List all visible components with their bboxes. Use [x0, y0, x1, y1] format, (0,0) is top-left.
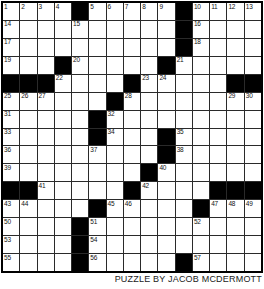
white-cell[interactable] — [141, 57, 157, 74]
white-cell[interactable] — [20, 57, 36, 74]
white-cell[interactable]: 9 — [158, 3, 174, 20]
black-cell — [176, 39, 192, 56]
clue-number: 18 — [194, 39, 201, 46]
clue-number: 6 — [108, 4, 111, 11]
white-cell[interactable] — [72, 146, 88, 163]
white-cell[interactable]: 29 — [227, 93, 243, 110]
white-cell[interactable]: 36 — [3, 146, 19, 163]
white-cell[interactable]: 49 — [245, 200, 261, 217]
white-cell[interactable] — [158, 21, 174, 38]
white-cell[interactable] — [55, 111, 71, 128]
white-cell[interactable]: 25 — [3, 93, 19, 110]
white-cell[interactable] — [193, 75, 209, 92]
white-cell[interactable] — [193, 111, 209, 128]
white-cell[interactable]: 43 — [3, 200, 19, 217]
white-cell[interactable]: 54 — [89, 236, 105, 253]
white-cell[interactable] — [227, 39, 243, 56]
puzzle-byline: PUZZLE BY JACOB MCDERMOTT — [115, 275, 262, 285]
black-cell — [176, 254, 192, 271]
white-cell[interactable] — [38, 254, 54, 271]
white-cell[interactable]: 30 — [245, 93, 261, 110]
white-cell[interactable] — [210, 236, 226, 253]
clue-number: 55 — [4, 255, 11, 262]
white-cell[interactable] — [55, 164, 71, 181]
white-cell[interactable] — [176, 236, 192, 253]
clue-number: 31 — [4, 111, 11, 118]
white-cell[interactable]: 46 — [124, 200, 140, 217]
white-cell[interactable] — [38, 57, 54, 74]
white-cell[interactable] — [20, 254, 36, 271]
clue-number: 25 — [4, 93, 11, 100]
white-cell[interactable] — [158, 111, 174, 128]
clue-number: 3 — [39, 4, 42, 11]
white-cell[interactable] — [72, 111, 88, 128]
black-cell — [124, 182, 140, 199]
white-cell[interactable]: 57 — [193, 254, 209, 271]
white-cell[interactable] — [210, 129, 226, 146]
black-cell — [176, 3, 192, 20]
white-cell[interactable] — [20, 146, 36, 163]
white-cell[interactable] — [141, 111, 157, 128]
white-cell[interactable] — [176, 200, 192, 217]
white-cell[interactable]: 39 — [3, 164, 19, 181]
white-cell[interactable]: 19 — [3, 57, 19, 74]
white-cell[interactable] — [124, 21, 140, 38]
white-cell[interactable] — [176, 93, 192, 110]
white-cell[interactable] — [245, 57, 261, 74]
white-cell[interactable] — [245, 21, 261, 38]
clue-number: 41 — [39, 183, 46, 190]
clue-number: 4 — [56, 4, 59, 11]
clue-number: 47 — [211, 201, 218, 208]
black-cell — [245, 75, 261, 92]
white-cell[interactable]: 13 — [245, 3, 261, 20]
white-cell[interactable] — [210, 111, 226, 128]
white-cell[interactable] — [210, 93, 226, 110]
white-cell[interactable] — [89, 75, 105, 92]
clue-number: 13 — [246, 4, 253, 11]
white-cell[interactable] — [20, 111, 36, 128]
clue-number: 16 — [194, 21, 201, 28]
white-cell[interactable] — [124, 129, 140, 146]
white-cell[interactable]: 18 — [193, 39, 209, 56]
white-cell[interactable]: 52 — [193, 218, 209, 235]
white-cell[interactable] — [158, 218, 174, 235]
white-cell[interactable] — [72, 164, 88, 181]
white-cell[interactable] — [141, 21, 157, 38]
white-cell[interactable] — [245, 164, 261, 181]
clue-number: 57 — [194, 255, 201, 262]
white-cell[interactable] — [158, 182, 174, 199]
white-cell[interactable]: 2 — [20, 3, 36, 20]
clue-number: 32 — [108, 111, 115, 118]
clue-number: 22 — [56, 75, 63, 82]
white-cell[interactable]: 28 — [124, 93, 140, 110]
clue-number: 35 — [177, 129, 184, 136]
white-cell[interactable]: 51 — [89, 218, 105, 235]
white-cell[interactable] — [72, 75, 88, 92]
clue-number: 54 — [90, 237, 97, 244]
white-cell[interactable] — [193, 57, 209, 74]
clue-number: 34 — [108, 129, 115, 136]
white-cell[interactable] — [227, 146, 243, 163]
black-cell — [72, 236, 88, 253]
clue-number: 20 — [73, 57, 80, 64]
white-cell[interactable] — [141, 129, 157, 146]
white-cell[interactable] — [124, 236, 140, 253]
white-cell[interactable] — [176, 75, 192, 92]
white-cell[interactable] — [227, 236, 243, 253]
white-cell[interactable] — [158, 254, 174, 271]
white-cell[interactable]: 33 — [3, 129, 19, 146]
white-cell[interactable] — [124, 164, 140, 181]
white-cell[interactable] — [107, 236, 123, 253]
white-cell[interactable] — [210, 57, 226, 74]
white-cell[interactable]: 41 — [38, 182, 54, 199]
white-cell[interactable] — [20, 236, 36, 253]
white-cell[interactable]: 6 — [107, 3, 123, 20]
black-cell — [227, 75, 243, 92]
white-cell[interactable] — [227, 129, 243, 146]
crossword-grid: 1234567891011121314151617181920212223242… — [1, 1, 263, 273]
white-cell[interactable]: 35 — [176, 129, 192, 146]
clue-number: 46 — [125, 201, 132, 208]
white-cell[interactable] — [158, 200, 174, 217]
white-cell[interactable]: 38 — [176, 146, 192, 163]
white-cell[interactable] — [20, 218, 36, 235]
white-cell[interactable] — [227, 164, 243, 181]
black-cell — [3, 182, 19, 199]
white-cell[interactable] — [107, 182, 123, 199]
white-cell[interactable] — [89, 164, 105, 181]
white-cell[interactable] — [38, 39, 54, 56]
white-cell[interactable] — [227, 254, 243, 271]
white-cell[interactable] — [55, 182, 71, 199]
black-cell — [72, 218, 88, 235]
white-cell[interactable]: 17 — [3, 39, 19, 56]
clue-number: 27 — [39, 93, 46, 100]
clue-number: 50 — [4, 219, 11, 226]
black-cell — [72, 3, 88, 20]
white-cell[interactable] — [38, 236, 54, 253]
white-cell[interactable] — [107, 218, 123, 235]
clue-number: 48 — [228, 201, 235, 208]
white-cell[interactable] — [72, 39, 88, 56]
clue-number: 38 — [177, 147, 184, 154]
clue-number: 53 — [4, 237, 11, 244]
white-cell[interactable]: 42 — [141, 182, 157, 199]
white-cell[interactable] — [124, 254, 140, 271]
clue-number: 15 — [73, 21, 80, 28]
white-cell[interactable]: 34 — [107, 129, 123, 146]
white-cell[interactable]: 14 — [3, 21, 19, 38]
clue-number: 44 — [21, 201, 28, 208]
white-cell[interactable] — [176, 182, 192, 199]
white-cell[interactable] — [107, 57, 123, 74]
white-cell[interactable]: 5 — [89, 3, 105, 20]
clue-number: 23 — [142, 75, 149, 82]
white-cell[interactable] — [141, 146, 157, 163]
white-cell[interactable] — [124, 39, 140, 56]
white-cell[interactable]: 4 — [55, 3, 71, 20]
black-cell — [3, 75, 19, 92]
white-cell[interactable]: 40 — [158, 164, 174, 181]
clue-number: 40 — [159, 165, 166, 172]
white-cell[interactable] — [55, 146, 71, 163]
clue-number: 17 — [4, 39, 11, 46]
white-cell[interactable] — [141, 254, 157, 271]
black-cell — [245, 182, 261, 199]
black-cell — [55, 57, 71, 74]
white-cell[interactable]: 3 — [38, 3, 54, 20]
white-cell[interactable] — [245, 254, 261, 271]
clue-number: 29 — [228, 93, 235, 100]
white-cell[interactable] — [193, 182, 209, 199]
white-cell[interactable] — [245, 39, 261, 56]
white-cell[interactable] — [55, 236, 71, 253]
white-cell[interactable] — [20, 129, 36, 146]
white-cell[interactable] — [141, 236, 157, 253]
white-cell[interactable] — [141, 39, 157, 56]
clue-number: 26 — [21, 93, 28, 100]
white-cell[interactable] — [124, 146, 140, 163]
white-cell[interactable] — [227, 21, 243, 38]
white-cell[interactable]: 55 — [3, 254, 19, 271]
black-cell — [158, 57, 174, 74]
clue-number: 45 — [108, 201, 115, 208]
clue-number: 8 — [142, 4, 145, 11]
white-cell[interactable] — [227, 218, 243, 235]
black-cell — [124, 75, 140, 92]
white-cell[interactable] — [89, 21, 105, 38]
clue-number: 9 — [159, 4, 162, 11]
clue-number: 11 — [211, 4, 217, 11]
white-cell[interactable] — [210, 146, 226, 163]
white-cell[interactable] — [245, 236, 261, 253]
white-cell[interactable] — [210, 21, 226, 38]
white-cell[interactable] — [38, 129, 54, 146]
white-cell[interactable] — [193, 164, 209, 181]
white-cell[interactable]: 10 — [193, 3, 209, 20]
white-cell[interactable] — [20, 39, 36, 56]
black-cell — [193, 200, 209, 217]
white-cell[interactable] — [55, 39, 71, 56]
clue-number: 49 — [246, 201, 253, 208]
clue-number: 51 — [90, 219, 97, 226]
white-cell[interactable] — [55, 218, 71, 235]
white-cell[interactable] — [38, 218, 54, 235]
black-cell — [89, 129, 105, 146]
white-cell[interactable] — [107, 75, 123, 92]
white-cell[interactable] — [38, 200, 54, 217]
black-cell — [89, 111, 105, 128]
clue-number: 52 — [194, 219, 201, 226]
white-cell[interactable] — [158, 39, 174, 56]
white-cell[interactable]: 31 — [3, 111, 19, 128]
black-cell — [158, 146, 174, 163]
black-cell — [210, 182, 226, 199]
white-cell[interactable]: 24 — [158, 75, 174, 92]
white-cell[interactable] — [20, 21, 36, 38]
white-cell[interactable]: 20 — [72, 57, 88, 74]
white-cell[interactable] — [227, 111, 243, 128]
white-cell[interactable]: 44 — [20, 200, 36, 217]
white-cell[interactable] — [193, 146, 209, 163]
white-cell[interactable]: 53 — [3, 236, 19, 253]
white-cell[interactable] — [245, 129, 261, 146]
white-cell[interactable] — [89, 57, 105, 74]
white-cell[interactable]: 21 — [176, 57, 192, 74]
clue-number: 1 — [4, 4, 7, 11]
clue-number: 30 — [246, 93, 253, 100]
clue-number: 56 — [90, 255, 97, 262]
white-cell[interactable] — [107, 39, 123, 56]
white-cell[interactable] — [55, 93, 71, 110]
white-cell[interactable]: 37 — [89, 146, 105, 163]
black-cell — [107, 93, 123, 110]
white-cell[interactable]: 26 — [20, 93, 36, 110]
white-cell[interactable] — [124, 218, 140, 235]
black-cell — [38, 75, 54, 92]
white-cell[interactable] — [141, 218, 157, 235]
black-cell — [72, 254, 88, 271]
clue-number: 42 — [142, 183, 149, 190]
white-cell[interactable] — [245, 146, 261, 163]
white-cell[interactable] — [141, 93, 157, 110]
black-cell — [89, 200, 105, 217]
clue-number: 36 — [4, 147, 11, 154]
clue-number: 14 — [4, 21, 11, 28]
black-cell — [158, 129, 174, 146]
white-cell[interactable] — [107, 254, 123, 271]
white-cell[interactable] — [107, 146, 123, 163]
clue-number: 2 — [21, 4, 24, 11]
white-cell[interactable] — [72, 200, 88, 217]
white-cell[interactable] — [107, 21, 123, 38]
white-cell[interactable]: 7 — [124, 3, 140, 20]
white-cell[interactable]: 50 — [3, 218, 19, 235]
clue-number: 28 — [125, 93, 132, 100]
white-cell[interactable]: 32 — [107, 111, 123, 128]
white-cell[interactable] — [55, 254, 71, 271]
white-cell[interactable]: 12 — [227, 3, 243, 20]
white-cell[interactable]: 48 — [227, 200, 243, 217]
white-cell[interactable] — [124, 57, 140, 74]
white-cell[interactable]: 15 — [72, 21, 88, 38]
white-cell[interactable]: 27 — [38, 93, 54, 110]
clue-number: 33 — [4, 129, 11, 136]
white-cell[interactable]: 1 — [3, 3, 19, 20]
white-cell[interactable] — [72, 93, 88, 110]
white-cell[interactable] — [72, 129, 88, 146]
white-cell[interactable] — [38, 164, 54, 181]
white-cell[interactable] — [89, 39, 105, 56]
white-cell[interactable] — [176, 111, 192, 128]
clue-number: 7 — [125, 4, 128, 11]
white-cell[interactable] — [141, 200, 157, 217]
white-cell[interactable]: 22 — [55, 75, 71, 92]
white-cell[interactable] — [227, 57, 243, 74]
white-cell[interactable] — [193, 236, 209, 253]
black-cell — [227, 182, 243, 199]
clue-number: 37 — [90, 147, 97, 154]
clue-number: 19 — [4, 57, 11, 64]
clue-number: 24 — [159, 75, 166, 82]
white-cell[interactable] — [210, 218, 226, 235]
white-cell[interactable] — [210, 39, 226, 56]
clue-number: 12 — [228, 4, 235, 11]
white-cell[interactable] — [245, 218, 261, 235]
white-cell[interactable] — [107, 164, 123, 181]
white-cell[interactable] — [38, 111, 54, 128]
white-cell[interactable] — [89, 182, 105, 199]
clue-number: 10 — [194, 4, 201, 11]
white-cell[interactable] — [193, 93, 209, 110]
white-cell[interactable]: 11 — [210, 3, 226, 20]
black-cell — [20, 75, 36, 92]
white-cell[interactable] — [245, 111, 261, 128]
white-cell[interactable] — [210, 254, 226, 271]
clue-number: 5 — [90, 4, 93, 11]
clue-number: 21 — [177, 57, 184, 64]
white-cell[interactable] — [55, 200, 71, 217]
white-cell[interactable] — [38, 21, 54, 38]
white-cell[interactable] — [89, 93, 105, 110]
white-cell[interactable] — [55, 129, 71, 146]
black-cell — [20, 182, 36, 199]
clue-number: 43 — [4, 201, 11, 208]
black-cell — [141, 164, 157, 181]
white-cell[interactable] — [210, 75, 226, 92]
white-cell[interactable] — [210, 164, 226, 181]
white-cell[interactable] — [72, 182, 88, 199]
white-cell[interactable]: 8 — [141, 3, 157, 20]
white-cell[interactable]: 16 — [193, 21, 209, 38]
white-cell[interactable] — [176, 218, 192, 235]
white-cell[interactable] — [20, 164, 36, 181]
white-cell[interactable] — [158, 93, 174, 110]
white-cell[interactable] — [158, 236, 174, 253]
clue-number: 39 — [4, 165, 11, 172]
white-cell[interactable]: 23 — [141, 75, 157, 92]
white-cell[interactable] — [55, 21, 71, 38]
white-cell[interactable] — [38, 146, 54, 163]
black-cell — [176, 21, 192, 38]
white-cell[interactable]: 47 — [210, 200, 226, 217]
white-cell[interactable] — [176, 164, 192, 181]
white-cell[interactable] — [124, 111, 140, 128]
white-cell[interactable] — [193, 129, 209, 146]
white-cell[interactable]: 56 — [89, 254, 105, 271]
white-cell[interactable]: 45 — [107, 200, 123, 217]
